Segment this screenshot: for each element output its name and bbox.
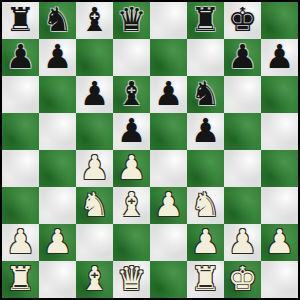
square-c6[interactable]: ♟: [76, 76, 113, 113]
square-g3[interactable]: [224, 187, 261, 224]
piece-black-pawn[interactable]: ♟: [117, 113, 147, 149]
square-e6[interactable]: ♟: [150, 76, 187, 113]
square-c7[interactable]: [76, 39, 113, 76]
square-f8[interactable]: ♜: [187, 2, 224, 39]
piece-white-pawn[interactable]: ♟: [154, 187, 184, 223]
square-d3[interactable]: ♝: [113, 187, 150, 224]
chess-board-frame: ♜♞♝♛♜♚♟♟♟♟♟♝♟♞♟♟♟♟♞♝♟♞♟♟♟♟♟♜♝♛♜♚: [0, 0, 300, 300]
square-h6[interactable]: [261, 76, 298, 113]
square-c1[interactable]: ♝: [76, 261, 113, 298]
square-g2[interactable]: ♟: [224, 224, 261, 261]
square-h5[interactable]: [261, 113, 298, 150]
square-d2[interactable]: [113, 224, 150, 261]
square-c8[interactable]: ♝: [76, 2, 113, 39]
piece-white-rook[interactable]: ♜: [6, 261, 36, 297]
piece-white-pawn[interactable]: ♟: [43, 224, 73, 260]
square-b7[interactable]: ♟: [39, 39, 76, 76]
piece-white-pawn[interactable]: ♟: [80, 150, 110, 186]
square-e5[interactable]: [150, 113, 187, 150]
piece-black-pawn[interactable]: ♟: [154, 76, 184, 112]
square-b8[interactable]: ♞: [39, 2, 76, 39]
square-f2[interactable]: ♟: [187, 224, 224, 261]
square-f1[interactable]: ♜: [187, 261, 224, 298]
piece-white-rook[interactable]: ♜: [191, 261, 221, 297]
piece-white-pawn[interactable]: ♟: [117, 150, 147, 186]
square-f5[interactable]: ♟: [187, 113, 224, 150]
piece-black-pawn[interactable]: ♟: [6, 39, 36, 75]
piece-white-pawn[interactable]: ♟: [191, 224, 221, 260]
piece-black-pawn[interactable]: ♟: [80, 76, 110, 112]
square-f6[interactable]: ♞: [187, 76, 224, 113]
square-f4[interactable]: [187, 150, 224, 187]
square-e7[interactable]: [150, 39, 187, 76]
square-c4[interactable]: ♟: [76, 150, 113, 187]
piece-white-pawn[interactable]: ♟: [265, 224, 295, 260]
square-g1[interactable]: ♚: [224, 261, 261, 298]
square-e1[interactable]: [150, 261, 187, 298]
piece-white-bishop[interactable]: ♝: [117, 187, 147, 223]
square-g7[interactable]: ♟: [224, 39, 261, 76]
square-d5[interactable]: ♟: [113, 113, 150, 150]
piece-white-queen[interactable]: ♛: [117, 261, 147, 297]
square-h4[interactable]: [261, 150, 298, 187]
piece-black-bishop[interactable]: ♝: [80, 2, 110, 38]
square-c3[interactable]: ♞: [76, 187, 113, 224]
square-h2[interactable]: ♟: [261, 224, 298, 261]
piece-white-pawn[interactable]: ♟: [6, 224, 36, 260]
piece-white-knight[interactable]: ♞: [191, 187, 221, 223]
square-d1[interactable]: ♛: [113, 261, 150, 298]
piece-black-pawn[interactable]: ♟: [191, 113, 221, 149]
square-d8[interactable]: ♛: [113, 2, 150, 39]
square-b1[interactable]: [39, 261, 76, 298]
piece-white-king[interactable]: ♚: [228, 261, 258, 297]
piece-white-bishop[interactable]: ♝: [80, 261, 110, 297]
square-h1[interactable]: [261, 261, 298, 298]
square-b5[interactable]: [39, 113, 76, 150]
piece-black-pawn[interactable]: ♟: [265, 39, 295, 75]
square-a8[interactable]: ♜: [2, 2, 39, 39]
piece-black-queen[interactable]: ♛: [117, 2, 147, 38]
square-f3[interactable]: ♞: [187, 187, 224, 224]
piece-black-king[interactable]: ♚: [228, 2, 258, 38]
square-b2[interactable]: ♟: [39, 224, 76, 261]
square-a4[interactable]: [2, 150, 39, 187]
square-a2[interactable]: ♟: [2, 224, 39, 261]
square-e4[interactable]: [150, 150, 187, 187]
square-a1[interactable]: ♜: [2, 261, 39, 298]
square-a3[interactable]: [2, 187, 39, 224]
square-g6[interactable]: [224, 76, 261, 113]
square-e8[interactable]: [150, 2, 187, 39]
piece-black-bishop[interactable]: ♝: [117, 76, 147, 112]
square-c2[interactable]: [76, 224, 113, 261]
square-g4[interactable]: [224, 150, 261, 187]
square-f7[interactable]: [187, 39, 224, 76]
square-b4[interactable]: [39, 150, 76, 187]
piece-white-pawn[interactable]: ♟: [228, 224, 258, 260]
piece-black-pawn[interactable]: ♟: [43, 39, 73, 75]
square-g5[interactable]: [224, 113, 261, 150]
square-a6[interactable]: [2, 76, 39, 113]
square-b3[interactable]: [39, 187, 76, 224]
square-a5[interactable]: [2, 113, 39, 150]
square-g8[interactable]: ♚: [224, 2, 261, 39]
square-h3[interactable]: [261, 187, 298, 224]
piece-black-rook[interactable]: ♜: [6, 2, 36, 38]
square-b6[interactable]: [39, 76, 76, 113]
piece-black-pawn[interactable]: ♟: [228, 39, 258, 75]
square-e2[interactable]: [150, 224, 187, 261]
piece-black-knight[interactable]: ♞: [43, 2, 73, 38]
piece-white-knight[interactable]: ♞: [80, 187, 110, 223]
square-a7[interactable]: ♟: [2, 39, 39, 76]
square-d6[interactable]: ♝: [113, 76, 150, 113]
piece-black-rook[interactable]: ♜: [191, 2, 221, 38]
square-d4[interactable]: ♟: [113, 150, 150, 187]
square-c5[interactable]: [76, 113, 113, 150]
square-e3[interactable]: ♟: [150, 187, 187, 224]
square-d7[interactable]: [113, 39, 150, 76]
square-h8[interactable]: [261, 2, 298, 39]
piece-black-knight[interactable]: ♞: [191, 76, 221, 112]
chess-board: ♜♞♝♛♜♚♟♟♟♟♟♝♟♞♟♟♟♟♞♝♟♞♟♟♟♟♟♜♝♛♜♚: [2, 2, 298, 298]
square-h7[interactable]: ♟: [261, 39, 298, 76]
